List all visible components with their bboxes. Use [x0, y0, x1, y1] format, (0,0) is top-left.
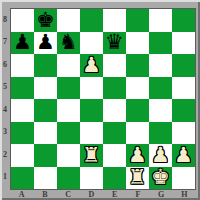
square-d3[interactable] [80, 122, 103, 145]
square-a2[interactable] [11, 144, 34, 167]
square-b1[interactable] [34, 167, 57, 190]
square-h4[interactable] [172, 99, 195, 122]
black-king[interactable]: ♚ [36, 10, 55, 31]
square-c5[interactable] [57, 77, 80, 100]
square-c1[interactable] [57, 167, 80, 190]
square-h2[interactable]: ♟ [172, 144, 195, 167]
rank-label-5: 5 [0, 76, 10, 99]
square-f8[interactable] [126, 9, 149, 32]
rank-label-4: 4 [0, 98, 10, 121]
square-f5[interactable] [126, 77, 149, 100]
square-c3[interactable] [57, 122, 80, 145]
file-label-h: H [173, 189, 196, 200]
square-e7[interactable]: ♛ [103, 32, 126, 55]
square-d7[interactable] [80, 32, 103, 55]
square-e6[interactable] [103, 54, 126, 77]
black-queen[interactable]: ♛ [105, 32, 124, 53]
square-d2[interactable]: ♜ [80, 144, 103, 167]
square-f2[interactable]: ♟ [126, 144, 149, 167]
square-c7[interactable]: ♞ [57, 32, 80, 55]
file-label-d: D [80, 189, 103, 200]
square-e3[interactable] [103, 122, 126, 145]
square-h5[interactable] [172, 77, 195, 100]
square-g5[interactable] [149, 77, 172, 100]
square-c8[interactable] [57, 9, 80, 32]
chess-board: ♚♟♟♞♛♟♜♟♟♟♜♚ [10, 8, 196, 190]
square-g7[interactable] [149, 32, 172, 55]
square-a3[interactable] [11, 122, 34, 145]
square-f1[interactable]: ♜ [126, 167, 149, 190]
rank-label-6: 6 [0, 53, 10, 76]
square-f7[interactable] [126, 32, 149, 55]
black-pawn[interactable]: ♟ [36, 32, 55, 53]
square-d4[interactable] [80, 99, 103, 122]
square-g8[interactable] [149, 9, 172, 32]
white-pawn[interactable]: ♟ [82, 55, 101, 76]
square-h8[interactable] [172, 9, 195, 32]
square-f3[interactable] [126, 122, 149, 145]
square-d5[interactable] [80, 77, 103, 100]
square-b3[interactable] [34, 122, 57, 145]
square-h1[interactable] [172, 167, 195, 190]
white-rook[interactable]: ♜ [82, 145, 101, 166]
square-b7[interactable]: ♟ [34, 32, 57, 55]
square-e4[interactable] [103, 99, 126, 122]
square-a7[interactable]: ♟ [11, 32, 34, 55]
rank-label-8: 8 [0, 8, 10, 31]
square-h7[interactable] [172, 32, 195, 55]
square-c4[interactable] [57, 99, 80, 122]
file-label-c: C [57, 189, 80, 200]
square-a1[interactable] [11, 167, 34, 190]
square-e1[interactable] [103, 167, 126, 190]
file-label-g: G [150, 189, 173, 200]
black-pawn[interactable]: ♟ [13, 32, 32, 53]
square-h6[interactable] [172, 54, 195, 77]
file-label-e: E [103, 189, 126, 200]
white-king[interactable]: ♚ [151, 167, 170, 188]
square-a5[interactable] [11, 77, 34, 100]
file-label-b: B [33, 189, 56, 200]
square-g1[interactable]: ♚ [149, 167, 172, 190]
square-c2[interactable] [57, 144, 80, 167]
square-c6[interactable] [57, 54, 80, 77]
file-label-f: F [126, 189, 149, 200]
square-a8[interactable] [11, 9, 34, 32]
rank-label-7: 7 [0, 31, 10, 54]
file-labels: ABCDEFGH [10, 189, 196, 200]
square-b8[interactable]: ♚ [34, 9, 57, 32]
white-pawn[interactable]: ♟ [128, 145, 147, 166]
white-pawn[interactable]: ♟ [174, 145, 193, 166]
square-g6[interactable] [149, 54, 172, 77]
square-f4[interactable] [126, 99, 149, 122]
square-a6[interactable] [11, 54, 34, 77]
rank-label-1: 1 [0, 166, 10, 189]
square-a4[interactable] [11, 99, 34, 122]
square-b5[interactable] [34, 77, 57, 100]
square-f6[interactable] [126, 54, 149, 77]
square-d1[interactable] [80, 167, 103, 190]
file-label-a: A [10, 189, 33, 200]
square-g2[interactable]: ♟ [149, 144, 172, 167]
square-h3[interactable] [172, 122, 195, 145]
black-knight[interactable]: ♞ [59, 32, 78, 53]
square-e2[interactable] [103, 144, 126, 167]
rank-labels: 87654321 [0, 8, 10, 188]
square-g4[interactable] [149, 99, 172, 122]
square-d6[interactable]: ♟ [80, 54, 103, 77]
white-pawn[interactable]: ♟ [151, 145, 170, 166]
square-g3[interactable] [149, 122, 172, 145]
square-b2[interactable] [34, 144, 57, 167]
rank-label-3: 3 [0, 121, 10, 144]
white-rook[interactable]: ♜ [128, 167, 147, 188]
square-e8[interactable] [103, 9, 126, 32]
square-d8[interactable] [80, 9, 103, 32]
square-b4[interactable] [34, 99, 57, 122]
rank-label-2: 2 [0, 143, 10, 166]
chess-board-frame: 87654321 ♚♟♟♞♛♟♜♟♟♟♜♚ ABCDEFGH [0, 0, 200, 200]
square-b6[interactable] [34, 54, 57, 77]
square-e5[interactable] [103, 77, 126, 100]
